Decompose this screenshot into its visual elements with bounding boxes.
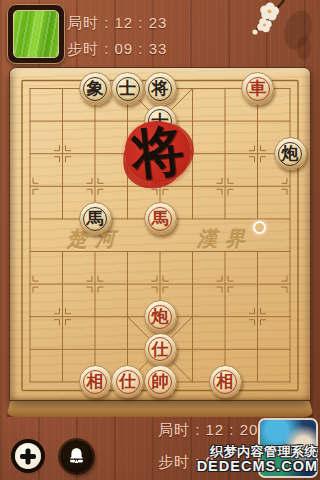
piece-black-general[interactable]: 将 xyxy=(144,72,177,105)
piece-red-general[interactable]: 帥 xyxy=(144,365,177,398)
watermark-line1: 织梦内容管理系统 xyxy=(197,445,318,459)
piece-ring xyxy=(278,142,302,166)
player-game-time: 局时 : 12 : 20 xyxy=(158,421,258,440)
piece-ring xyxy=(246,77,270,101)
piece-red-cannon[interactable]: 炮 xyxy=(144,300,177,333)
check-stamp: 将 xyxy=(124,120,192,184)
piece-black-cannon[interactable]: 炮 xyxy=(274,137,307,170)
piece-ring xyxy=(83,370,107,394)
piece-red-advisor[interactable]: 仕 xyxy=(144,333,177,366)
xiangqi-board[interactable]: 楚河 漢界 象士将車士炮馬馬炮仕相仕帥相 将 xyxy=(10,68,310,400)
opponent-game-time: 局时 : 12 : 23 xyxy=(67,14,167,33)
xiangqi-game-screen: { "game": "xiangqi", "position": { "fen"… xyxy=(0,0,320,480)
piece-ring xyxy=(83,77,107,101)
sparkle-effect xyxy=(253,221,266,234)
board-front-edge xyxy=(6,400,314,417)
piece-ring xyxy=(213,370,237,394)
piece-black-elephant[interactable]: 象 xyxy=(79,72,112,105)
piece-black-advisor[interactable]: 士 xyxy=(111,72,144,105)
piece-red-horse[interactable]: 馬 xyxy=(144,202,177,235)
piece-ring xyxy=(116,77,140,101)
piece-red-elephant[interactable]: 相 xyxy=(79,365,112,398)
check-stamp-character: 将 xyxy=(129,122,186,182)
piece-ring xyxy=(116,370,140,394)
player-avatar[interactable] xyxy=(7,4,65,64)
avatar-grass-image xyxy=(13,10,59,58)
piece-red-elephant[interactable]: 相 xyxy=(209,365,242,398)
piece-ring xyxy=(148,370,172,394)
watermark-line2: DEDECMS.COM xyxy=(197,459,318,474)
piece-ring xyxy=(148,77,172,101)
plum-blossom-decoration xyxy=(238,0,320,62)
bell-button[interactable] xyxy=(60,440,93,473)
plus-button[interactable] xyxy=(15,443,41,469)
watermark: 织梦内容管理系统 DEDECMS.COM xyxy=(197,445,318,474)
piece-ring xyxy=(148,305,172,329)
opponent-move-time: 步时 : 09 : 33 xyxy=(67,40,167,59)
piece-red-chariot[interactable]: 車 xyxy=(241,72,274,105)
piece-ring xyxy=(83,207,107,231)
piece-ring xyxy=(148,207,172,231)
piece-black-horse[interactable]: 馬 xyxy=(79,202,112,235)
bell-icon xyxy=(66,446,87,467)
